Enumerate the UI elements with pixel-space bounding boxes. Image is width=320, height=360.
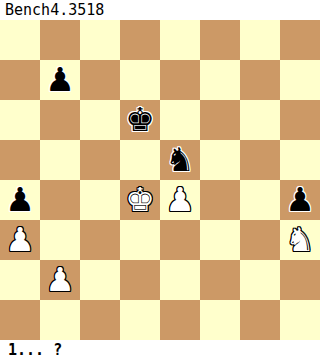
- square-a7[interactable]: [0, 60, 40, 100]
- square-b5[interactable]: [40, 140, 80, 180]
- chess-board: ♟♚♞♟♚♟♟♟♞♟: [0, 20, 320, 340]
- square-c3[interactable]: [80, 220, 120, 260]
- square-e6[interactable]: [160, 100, 200, 140]
- square-b8[interactable]: [40, 20, 80, 60]
- square-g4[interactable]: [240, 180, 280, 220]
- square-a8[interactable]: [0, 20, 40, 60]
- square-g2[interactable]: [240, 260, 280, 300]
- square-f4[interactable]: [200, 180, 240, 220]
- square-d5[interactable]: [120, 140, 160, 180]
- square-e3[interactable]: [160, 220, 200, 260]
- piece-black-pawn[interactable]: ♟: [285, 180, 315, 220]
- square-b1[interactable]: [40, 300, 80, 340]
- piece-black-king[interactable]: ♚: [125, 100, 155, 140]
- square-d4[interactable]: ♚: [120, 180, 160, 220]
- square-h5[interactable]: [280, 140, 320, 180]
- square-f5[interactable]: [200, 140, 240, 180]
- square-f3[interactable]: [200, 220, 240, 260]
- square-h2[interactable]: [280, 260, 320, 300]
- square-h1[interactable]: [280, 300, 320, 340]
- square-h6[interactable]: [280, 100, 320, 140]
- square-c7[interactable]: [80, 60, 120, 100]
- square-e2[interactable]: [160, 260, 200, 300]
- square-c8[interactable]: [80, 20, 120, 60]
- square-g3[interactable]: [240, 220, 280, 260]
- square-c1[interactable]: [80, 300, 120, 340]
- square-g5[interactable]: [240, 140, 280, 180]
- square-c4[interactable]: [80, 180, 120, 220]
- square-f7[interactable]: [200, 60, 240, 100]
- square-b4[interactable]: [40, 180, 80, 220]
- square-e4[interactable]: ♟: [160, 180, 200, 220]
- square-d3[interactable]: [120, 220, 160, 260]
- square-f6[interactable]: [200, 100, 240, 140]
- piece-black-pawn[interactable]: ♟: [5, 180, 35, 220]
- square-d1[interactable]: [120, 300, 160, 340]
- square-c2[interactable]: [80, 260, 120, 300]
- square-e5[interactable]: ♞: [160, 140, 200, 180]
- square-h4[interactable]: ♟: [280, 180, 320, 220]
- square-b6[interactable]: [40, 100, 80, 140]
- square-a1[interactable]: [0, 300, 40, 340]
- square-g8[interactable]: [240, 20, 280, 60]
- square-f8[interactable]: [200, 20, 240, 60]
- square-g6[interactable]: [240, 100, 280, 140]
- piece-white-king[interactable]: ♚: [125, 180, 155, 220]
- square-f2[interactable]: [200, 260, 240, 300]
- piece-white-knight[interactable]: ♞: [285, 220, 315, 260]
- square-d2[interactable]: [120, 260, 160, 300]
- square-c6[interactable]: [80, 100, 120, 140]
- move-prompt: 1... ?: [8, 340, 62, 360]
- square-g1[interactable]: [240, 300, 280, 340]
- title-bar: Bench4.3518: [0, 0, 320, 20]
- piece-black-knight[interactable]: ♞: [165, 140, 195, 180]
- square-b3[interactable]: [40, 220, 80, 260]
- square-h3[interactable]: ♞: [280, 220, 320, 260]
- square-h7[interactable]: [280, 60, 320, 100]
- piece-white-pawn[interactable]: ♟: [45, 260, 75, 300]
- square-b7[interactable]: ♟: [40, 60, 80, 100]
- square-c5[interactable]: [80, 140, 120, 180]
- square-a2[interactable]: [0, 260, 40, 300]
- diagram-title: Bench4.3518: [5, 0, 104, 20]
- square-a5[interactable]: [0, 140, 40, 180]
- square-a3[interactable]: ♟: [0, 220, 40, 260]
- square-e1[interactable]: [160, 300, 200, 340]
- square-d6[interactable]: ♚: [120, 100, 160, 140]
- piece-white-pawn[interactable]: ♟: [5, 220, 35, 260]
- piece-black-pawn[interactable]: ♟: [45, 60, 75, 100]
- square-a6[interactable]: [0, 100, 40, 140]
- square-g7[interactable]: [240, 60, 280, 100]
- square-d8[interactable]: [120, 20, 160, 60]
- square-a4[interactable]: ♟: [0, 180, 40, 220]
- square-d7[interactable]: [120, 60, 160, 100]
- square-b2[interactable]: ♟: [40, 260, 80, 300]
- square-e8[interactable]: [160, 20, 200, 60]
- piece-white-pawn[interactable]: ♟: [165, 180, 195, 220]
- square-e7[interactable]: [160, 60, 200, 100]
- square-h8[interactable]: [280, 20, 320, 60]
- chess-diagram: Bench4.3518 ♟♚♞♟♚♟♟♟♞♟ 1... ?: [0, 0, 320, 360]
- footer-bar: 1... ?: [0, 340, 320, 360]
- square-f1[interactable]: [200, 300, 240, 340]
